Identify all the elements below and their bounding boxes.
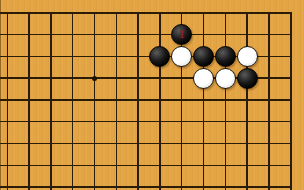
intersection-O17[interactable] bbox=[171, 45, 193, 67]
white-stone-P16 bbox=[193, 68, 214, 89]
intersection-O18[interactable]: 1 bbox=[171, 24, 193, 46]
white-stone-O17 bbox=[171, 46, 192, 67]
black-stone-R16 bbox=[237, 68, 258, 89]
go-board[interactable]: 1 bbox=[0, 0, 304, 190]
black-stone-N17 bbox=[149, 46, 170, 67]
white-stone-R17 bbox=[237, 46, 258, 67]
intersection-P17[interactable] bbox=[193, 45, 215, 67]
move-number-label: 1 bbox=[179, 28, 185, 40]
white-stone-Q16 bbox=[215, 68, 236, 89]
star-dot bbox=[92, 76, 97, 81]
black-stone-O18: 1 bbox=[171, 24, 192, 45]
intersection-Q17[interactable] bbox=[214, 45, 236, 67]
intersection-P16[interactable] bbox=[193, 67, 215, 89]
star-point-K16 bbox=[84, 67, 106, 89]
intersection-R17[interactable] bbox=[236, 45, 258, 67]
intersection-Q16[interactable] bbox=[214, 67, 236, 89]
black-stone-Q17 bbox=[215, 46, 236, 67]
go-diagram: 1 bbox=[0, 0, 304, 190]
intersection-R16[interactable] bbox=[236, 67, 258, 89]
stone-layer: 1 bbox=[0, 2, 302, 190]
black-stone-P17 bbox=[193, 46, 214, 67]
intersection-N17[interactable] bbox=[149, 45, 171, 67]
left-edge-shade bbox=[0, 0, 1, 190]
